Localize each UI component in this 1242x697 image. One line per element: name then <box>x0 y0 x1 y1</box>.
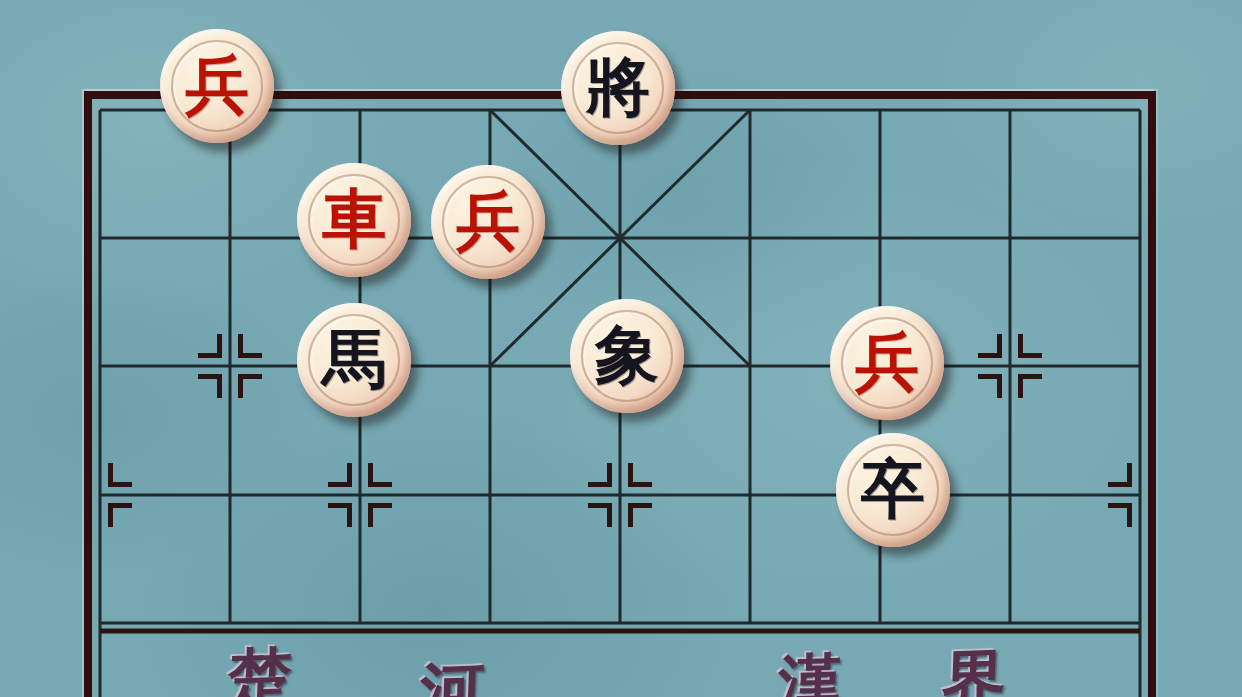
position-mark-bracket <box>1018 334 1042 358</box>
piece-black-horse[interactable]: 馬 <box>297 303 411 417</box>
piece-red-soldier[interactable]: 兵 <box>431 165 545 279</box>
river-label-char-0: 楚 <box>227 645 293 697</box>
river-label-char-1: 河 <box>419 659 485 697</box>
position-mark-bracket <box>628 503 652 527</box>
position-mark-bracket <box>1108 463 1132 487</box>
position-mark-bracket <box>628 463 652 487</box>
position-mark-bracket <box>368 503 392 527</box>
position-mark-bracket <box>588 503 612 527</box>
position-mark-bracket <box>978 334 1002 358</box>
piece-glyph: 將 <box>586 55 650 119</box>
position-mark-bracket <box>238 374 262 398</box>
piece-glyph: 卒 <box>861 457 925 521</box>
position-mark-bracket <box>588 463 612 487</box>
piece-glyph: 兵 <box>185 53 249 117</box>
piece-glyph: 馬 <box>322 327 386 391</box>
position-mark-bracket <box>198 334 222 358</box>
piece-glyph: 車 <box>322 187 386 251</box>
piece-red-soldier[interactable]: 兵 <box>160 29 274 143</box>
position-mark-bracket <box>1018 374 1042 398</box>
river-label-char-2: 漢 <box>777 651 843 697</box>
xiangqi-board: 楚河漢界 兵將車兵馬象兵卒 <box>0 0 1242 697</box>
position-mark-bracket <box>328 503 352 527</box>
position-mark-bracket <box>108 463 132 487</box>
position-mark-bracket <box>198 374 222 398</box>
river-label-char-3: 界 <box>941 647 1007 697</box>
position-mark-bracket <box>328 463 352 487</box>
position-mark-bracket <box>1108 503 1132 527</box>
position-mark-bracket <box>978 374 1002 398</box>
piece-glyph: 兵 <box>855 330 919 394</box>
position-mark-bracket <box>108 503 132 527</box>
piece-glyph: 兵 <box>456 189 520 253</box>
piece-glyph: 象 <box>595 323 659 387</box>
piece-black-elephant[interactable]: 象 <box>570 299 684 413</box>
piece-red-chariot[interactable]: 車 <box>297 163 411 277</box>
position-mark-bracket <box>238 334 262 358</box>
position-mark-bracket <box>368 463 392 487</box>
piece-black-general[interactable]: 將 <box>561 31 675 145</box>
piece-red-soldier[interactable]: 兵 <box>830 306 944 420</box>
piece-black-soldier[interactable]: 卒 <box>836 433 950 547</box>
